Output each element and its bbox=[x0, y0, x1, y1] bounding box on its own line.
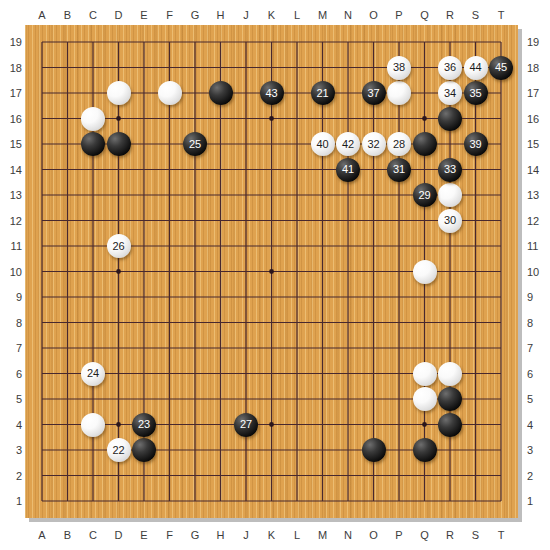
column-label-top-C: C bbox=[89, 8, 97, 22]
move-number: 39 bbox=[464, 132, 488, 156]
row-label-right-9: 9 bbox=[527, 290, 549, 304]
column-label-bottom-R: R bbox=[446, 528, 454, 542]
move-number: 26 bbox=[107, 234, 131, 258]
move-number: 36 bbox=[438, 56, 462, 80]
stone-black-Q15 bbox=[413, 132, 437, 156]
move-number: 21 bbox=[311, 81, 335, 105]
star-point bbox=[116, 269, 121, 274]
stone-white-D3: 22 bbox=[107, 438, 131, 462]
row-label-right-19: 19 bbox=[527, 35, 549, 49]
go-board: 2122232425262728293031323334353637383940… bbox=[25, 25, 518, 518]
row-label-left-15: 15 bbox=[0, 137, 22, 151]
stone-white-M15: 40 bbox=[311, 132, 335, 156]
move-number: 42 bbox=[336, 132, 360, 156]
stone-white-R13 bbox=[438, 183, 462, 207]
stone-black-Q3 bbox=[413, 438, 437, 462]
stone-white-R18: 36 bbox=[438, 56, 462, 80]
column-label-top-J: J bbox=[243, 8, 249, 22]
stone-white-Q5 bbox=[413, 387, 437, 411]
column-label-bottom-D: D bbox=[115, 528, 123, 542]
column-label-bottom-C: C bbox=[89, 528, 97, 542]
column-label-top-Q: Q bbox=[420, 8, 429, 22]
row-label-right-15: 15 bbox=[527, 137, 549, 151]
row-label-right-8: 8 bbox=[527, 316, 549, 330]
move-number: 33 bbox=[438, 158, 462, 182]
column-label-top-R: R bbox=[446, 8, 454, 22]
move-number: 27 bbox=[234, 413, 258, 437]
column-label-top-A: A bbox=[38, 8, 45, 22]
column-label-top-T: T bbox=[498, 8, 505, 22]
row-label-left-5: 5 bbox=[0, 392, 22, 406]
column-label-top-F: F bbox=[166, 8, 173, 22]
column-label-top-P: P bbox=[395, 8, 402, 22]
stone-white-Q6 bbox=[413, 362, 437, 386]
stone-black-R16 bbox=[438, 107, 462, 131]
row-label-right-2: 2 bbox=[527, 469, 549, 483]
column-label-top-H: H bbox=[217, 8, 225, 22]
move-number: 41 bbox=[336, 158, 360, 182]
column-label-top-D: D bbox=[115, 8, 123, 22]
row-label-left-9: 9 bbox=[0, 290, 22, 304]
stone-black-K17: 43 bbox=[260, 81, 284, 105]
move-number: 37 bbox=[362, 81, 386, 105]
star-point bbox=[422, 116, 427, 121]
row-label-left-12: 12 bbox=[0, 214, 22, 228]
column-label-top-G: G bbox=[191, 8, 200, 22]
column-label-bottom-M: M bbox=[318, 528, 327, 542]
move-number: 38 bbox=[387, 56, 411, 80]
column-label-top-L: L bbox=[294, 8, 300, 22]
move-number: 30 bbox=[438, 209, 462, 233]
row-label-left-14: 14 bbox=[0, 163, 22, 177]
row-label-right-6: 6 bbox=[527, 367, 549, 381]
stone-white-C6: 24 bbox=[81, 362, 105, 386]
stone-black-N14: 41 bbox=[336, 158, 360, 182]
stone-white-O15: 32 bbox=[362, 132, 386, 156]
row-label-left-13: 13 bbox=[0, 188, 22, 202]
column-label-bottom-F: F bbox=[166, 528, 173, 542]
stone-white-Q10 bbox=[413, 260, 437, 284]
move-number: 24 bbox=[81, 362, 105, 386]
move-number: 35 bbox=[464, 81, 488, 105]
stone-black-R14: 33 bbox=[438, 158, 462, 182]
column-label-bottom-H: H bbox=[217, 528, 225, 542]
stone-white-P15: 28 bbox=[387, 132, 411, 156]
row-label-right-10: 10 bbox=[527, 265, 549, 279]
column-label-top-E: E bbox=[140, 8, 147, 22]
row-label-left-16: 16 bbox=[0, 112, 22, 126]
row-label-right-17: 17 bbox=[527, 86, 549, 100]
stone-white-S18: 44 bbox=[464, 56, 488, 80]
column-label-bottom-T: T bbox=[498, 528, 505, 542]
row-label-right-5: 5 bbox=[527, 392, 549, 406]
stone-white-C4 bbox=[81, 413, 105, 437]
move-number: 29 bbox=[413, 183, 437, 207]
move-number: 45 bbox=[489, 56, 513, 80]
column-label-top-B: B bbox=[64, 8, 71, 22]
star-point bbox=[116, 422, 121, 427]
stone-white-R17: 34 bbox=[438, 81, 462, 105]
column-label-bottom-O: O bbox=[369, 528, 378, 542]
stone-white-P18: 38 bbox=[387, 56, 411, 80]
column-label-top-S: S bbox=[472, 8, 479, 22]
stone-black-S15: 39 bbox=[464, 132, 488, 156]
move-number: 31 bbox=[387, 158, 411, 182]
column-label-top-N: N bbox=[344, 8, 352, 22]
column-label-top-K: K bbox=[268, 8, 275, 22]
row-label-right-1: 1 bbox=[527, 494, 549, 508]
row-label-left-3: 3 bbox=[0, 443, 22, 457]
column-label-bottom-S: S bbox=[472, 528, 479, 542]
star-point bbox=[116, 116, 121, 121]
column-label-top-O: O bbox=[369, 8, 378, 22]
stone-black-H17 bbox=[209, 81, 233, 105]
row-label-right-3: 3 bbox=[527, 443, 549, 457]
column-label-bottom-J: J bbox=[243, 528, 249, 542]
stone-black-O3 bbox=[362, 438, 386, 462]
row-label-right-16: 16 bbox=[527, 112, 549, 126]
stone-black-J4: 27 bbox=[234, 413, 258, 437]
stone-white-R12: 30 bbox=[438, 209, 462, 233]
column-label-bottom-B: B bbox=[64, 528, 71, 542]
move-number: 43 bbox=[260, 81, 284, 105]
row-label-left-8: 8 bbox=[0, 316, 22, 330]
stone-black-E3 bbox=[132, 438, 156, 462]
row-label-left-2: 2 bbox=[0, 469, 22, 483]
stone-white-D17 bbox=[107, 81, 131, 105]
column-label-top-M: M bbox=[318, 8, 327, 22]
stone-white-P17 bbox=[387, 81, 411, 105]
column-label-bottom-G: G bbox=[191, 528, 200, 542]
stone-white-D11: 26 bbox=[107, 234, 131, 258]
column-label-bottom-A: A bbox=[38, 528, 45, 542]
column-label-bottom-L: L bbox=[294, 528, 300, 542]
row-label-left-6: 6 bbox=[0, 367, 22, 381]
stone-black-O17: 37 bbox=[362, 81, 386, 105]
row-label-right-14: 14 bbox=[527, 163, 549, 177]
stone-black-M17: 21 bbox=[311, 81, 335, 105]
row-label-right-12: 12 bbox=[527, 214, 549, 228]
move-number: 32 bbox=[362, 132, 386, 156]
move-number: 23 bbox=[132, 413, 156, 437]
row-label-left-17: 17 bbox=[0, 86, 22, 100]
stone-black-R4 bbox=[438, 413, 462, 437]
star-point bbox=[269, 116, 274, 121]
column-label-bottom-N: N bbox=[344, 528, 352, 542]
row-label-left-11: 11 bbox=[0, 239, 22, 253]
stone-black-D15 bbox=[107, 132, 131, 156]
row-label-right-11: 11 bbox=[527, 239, 549, 253]
row-label-left-10: 10 bbox=[0, 265, 22, 279]
row-label-right-7: 7 bbox=[527, 341, 549, 355]
row-label-left-7: 7 bbox=[0, 341, 22, 355]
column-label-bottom-E: E bbox=[140, 528, 147, 542]
row-label-left-19: 19 bbox=[0, 35, 22, 49]
move-number: 28 bbox=[387, 132, 411, 156]
stone-black-P14: 31 bbox=[387, 158, 411, 182]
row-label-left-1: 1 bbox=[0, 494, 22, 508]
move-number: 34 bbox=[438, 81, 462, 105]
stone-black-T18: 45 bbox=[489, 56, 513, 80]
move-number: 44 bbox=[464, 56, 488, 80]
stone-black-S17: 35 bbox=[464, 81, 488, 105]
move-number: 25 bbox=[183, 132, 207, 156]
column-label-bottom-K: K bbox=[268, 528, 275, 542]
column-label-bottom-P: P bbox=[395, 528, 402, 542]
stone-black-Q13: 29 bbox=[413, 183, 437, 207]
star-point bbox=[422, 422, 427, 427]
row-label-left-4: 4 bbox=[0, 418, 22, 432]
column-label-bottom-Q: Q bbox=[420, 528, 429, 542]
stone-white-F17 bbox=[158, 81, 182, 105]
stone-black-E4: 23 bbox=[132, 413, 156, 437]
stone-white-C16 bbox=[81, 107, 105, 131]
stone-white-N15: 42 bbox=[336, 132, 360, 156]
stone-black-R5 bbox=[438, 387, 462, 411]
move-number: 22 bbox=[107, 438, 131, 462]
star-point bbox=[269, 422, 274, 427]
row-label-left-18: 18 bbox=[0, 61, 22, 75]
row-label-right-18: 18 bbox=[527, 61, 549, 75]
move-number: 40 bbox=[311, 132, 335, 156]
row-label-right-13: 13 bbox=[527, 188, 549, 202]
star-point bbox=[269, 269, 274, 274]
stone-black-C15 bbox=[81, 132, 105, 156]
go-diagram: 2122232425262728293031323334353637383940… bbox=[0, 0, 550, 550]
row-label-right-4: 4 bbox=[527, 418, 549, 432]
stone-black-G15: 25 bbox=[183, 132, 207, 156]
stone-white-R6 bbox=[438, 362, 462, 386]
